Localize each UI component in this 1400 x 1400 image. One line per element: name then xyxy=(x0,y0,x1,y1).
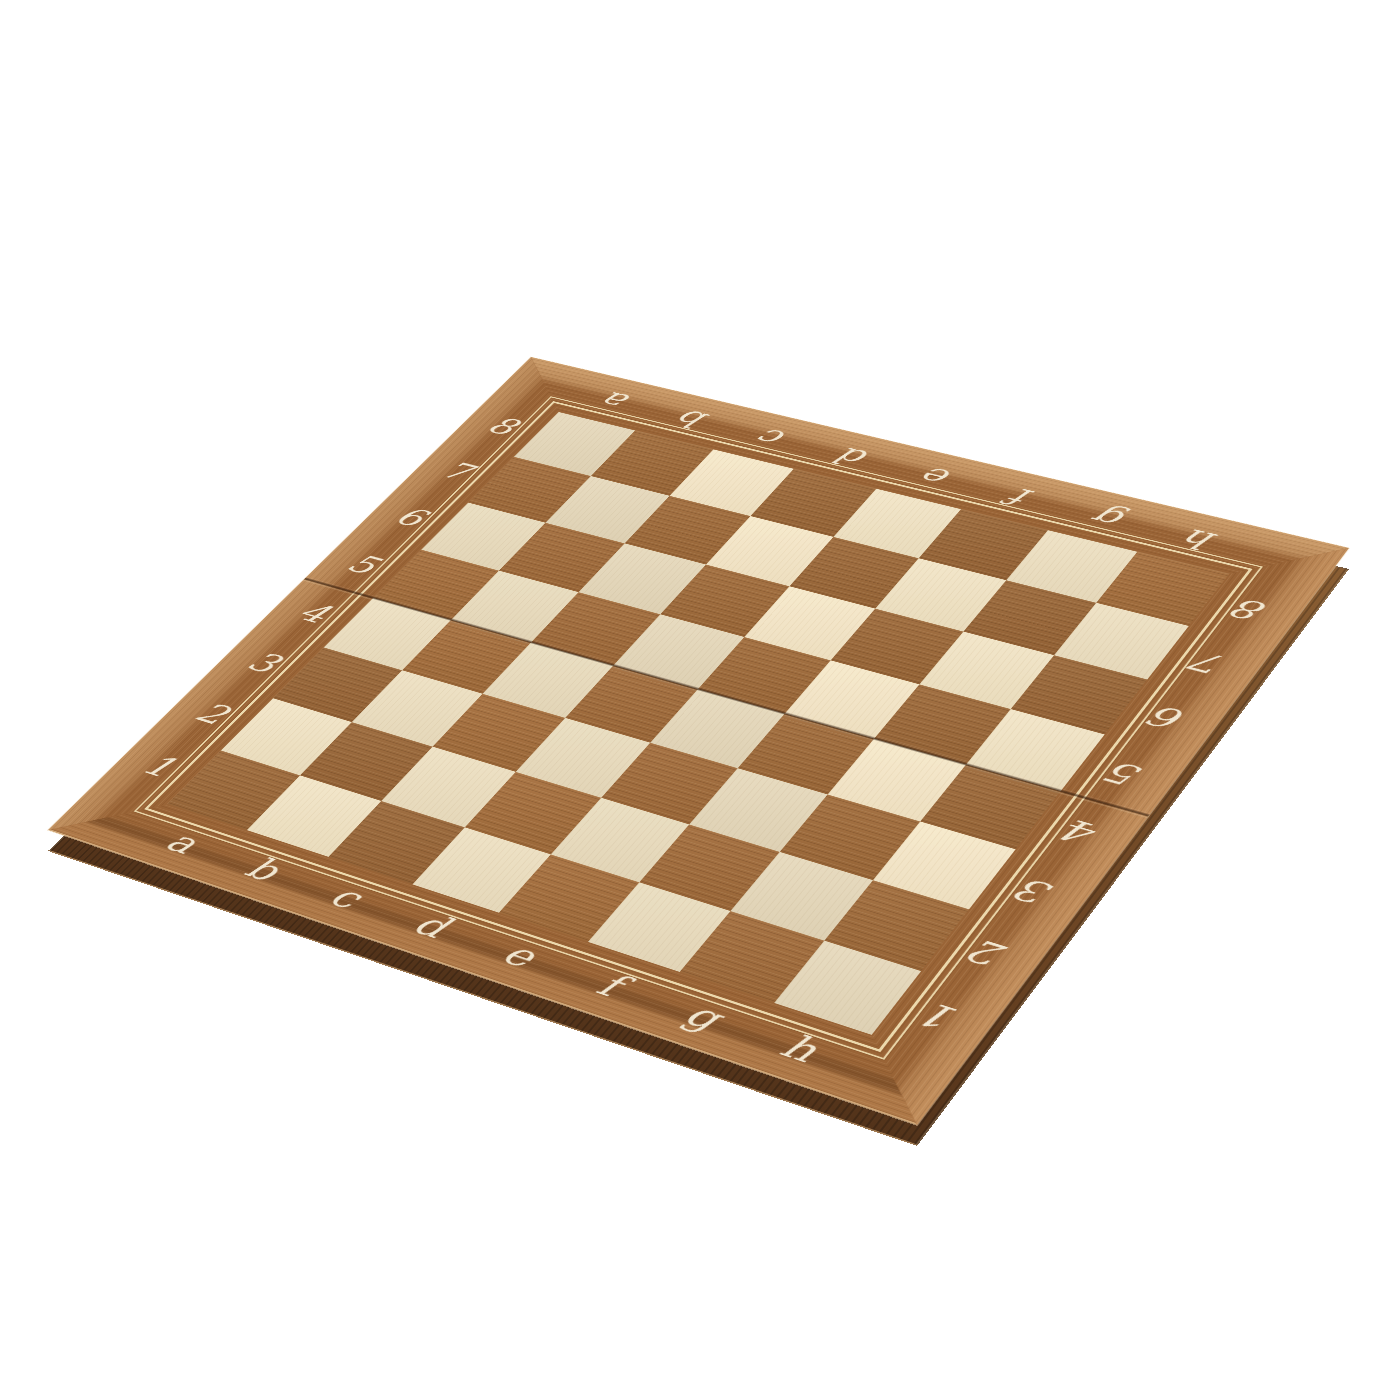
chessboard: aa88bb77cc66dd55ee44ff33gg22hh11 xyxy=(48,357,1349,1125)
product-photo-stage: aa88bb77cc66dd55ee44ff33gg22hh11 xyxy=(0,0,1400,1400)
